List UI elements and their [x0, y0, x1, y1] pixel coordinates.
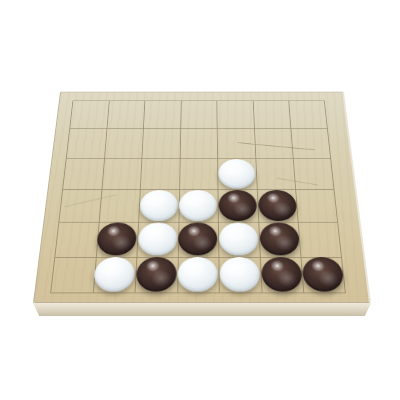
dark-stone[interactable] [96, 223, 137, 256]
dark-stone[interactable] [135, 257, 176, 292]
cell-r3c2[interactable] [101, 158, 142, 189]
cell-r5c5[interactable] [218, 222, 260, 257]
cell-r6c4[interactable] [177, 257, 219, 294]
cell-r2c6[interactable] [254, 129, 293, 159]
white-stone[interactable] [137, 223, 177, 256]
white-stone[interactable] [179, 190, 217, 221]
cell-r1c5[interactable] [217, 101, 254, 129]
cell-r2c7[interactable] [291, 129, 331, 159]
cell-r5c6[interactable] [258, 222, 301, 257]
cell-r1c4[interactable] [180, 101, 217, 129]
cell-r3c7[interactable] [293, 158, 334, 189]
cell-r6c5[interactable] [219, 257, 262, 294]
cell-r6c6[interactable] [260, 257, 304, 294]
dark-stone[interactable] [178, 223, 218, 256]
cell-r1c1[interactable] [69, 101, 108, 129]
cell-r4c4[interactable] [178, 189, 218, 222]
cell-r4c1[interactable] [58, 189, 101, 222]
cell-r3c6[interactable] [255, 158, 295, 189]
board [33, 92, 371, 303]
white-stone[interactable] [219, 223, 259, 256]
dark-stone[interactable] [259, 223, 300, 256]
dark-stone[interactable] [257, 190, 297, 221]
cell-r1c3[interactable] [143, 101, 180, 129]
cell-r4c5[interactable] [218, 189, 258, 222]
white-stone[interactable] [219, 257, 260, 292]
cell-r1c2[interactable] [106, 101, 144, 129]
dark-stone[interactable] [261, 257, 303, 292]
cell-r5c2[interactable] [95, 222, 138, 257]
cell-r3c1[interactable] [62, 158, 103, 189]
cell-r4c2[interactable] [98, 189, 140, 222]
cell-r5c3[interactable] [137, 222, 179, 257]
cell-r2c1[interactable] [66, 129, 106, 159]
cell-r3c4[interactable] [179, 158, 218, 189]
cell-r4c6[interactable] [257, 189, 298, 222]
board-scene [33, 18, 371, 303]
dark-stone[interactable] [219, 190, 258, 221]
dark-stone[interactable] [301, 257, 344, 292]
cell-r6c7[interactable] [301, 257, 346, 294]
cell-r1c7[interactable] [289, 101, 328, 129]
cell-r5c1[interactable] [54, 222, 98, 257]
cell-r2c5[interactable] [217, 129, 255, 159]
white-stone[interactable] [218, 159, 256, 188]
cell-r5c4[interactable] [178, 222, 219, 257]
cell-r3c5[interactable] [217, 158, 256, 189]
white-stone[interactable] [178, 257, 219, 292]
cell-r3c3[interactable] [140, 158, 179, 189]
cell-r6c3[interactable] [135, 257, 178, 294]
cell-r4c7[interactable] [296, 189, 339, 222]
cell-r2c3[interactable] [142, 129, 180, 159]
white-stone[interactable] [139, 190, 178, 221]
white-stone[interactable] [93, 257, 135, 292]
cell-r1c6[interactable] [253, 101, 291, 129]
cell-r6c1[interactable] [50, 257, 95, 294]
cell-r2c2[interactable] [104, 129, 143, 159]
cell-r2c4[interactable] [179, 129, 217, 159]
cell-r5c7[interactable] [298, 222, 342, 257]
board-front-edge [33, 303, 371, 316]
cell-r6c2[interactable] [92, 257, 136, 294]
board-grid [50, 101, 346, 294]
cell-r4c3[interactable] [138, 189, 179, 222]
